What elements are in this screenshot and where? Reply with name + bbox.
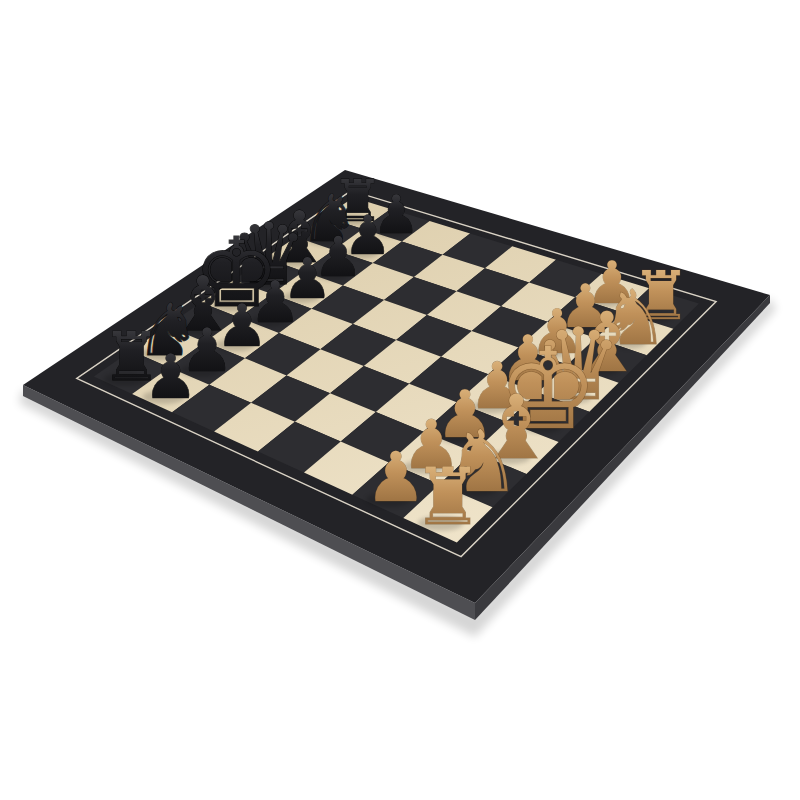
piece-black-pawn-h7[interactable]: ♟ <box>143 341 198 412</box>
chess-board-scene: ♜♟♞♟♝♟♛♟♟♚♜♟♟♝♞♟♟♞♝♟♟♜♛♟♟♚♟♝♟♞♟♜ <box>0 0 800 800</box>
piece-white-rook-h1[interactable]: ♜ <box>413 451 484 543</box>
chess-set-product-photo: ♜♟♞♟♝♟♛♟♟♚♜♟♟♝♞♟♟♞♝♟♟♜♛♟♟♚♟♝♟♞♟♜ <box>0 0 800 800</box>
